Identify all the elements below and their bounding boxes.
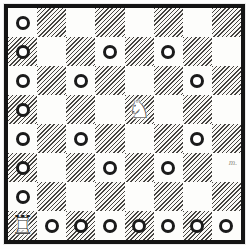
square-a5[interactable]	[8, 95, 37, 124]
square-e8[interactable]	[125, 8, 154, 37]
ring-marker	[16, 74, 30, 88]
square-g6[interactable]	[183, 66, 212, 95]
square-a6[interactable]	[8, 66, 37, 95]
square-g7[interactable]	[183, 37, 212, 66]
square-b7[interactable]	[37, 37, 66, 66]
square-f4[interactable]	[154, 124, 183, 153]
square-c2[interactable]	[66, 182, 95, 211]
square-g8[interactable]	[183, 8, 212, 37]
ring-marker	[103, 161, 117, 175]
square-g4[interactable]	[183, 124, 212, 153]
square-h8[interactable]	[212, 8, 241, 37]
ring-marker	[16, 45, 30, 59]
square-h4[interactable]	[212, 124, 241, 153]
ring-marker	[74, 74, 88, 88]
square-a7[interactable]	[8, 37, 37, 66]
white-rook-fill: ♜	[8, 212, 37, 238]
white-knight-fill: ♞	[125, 96, 154, 122]
square-e5[interactable]: ♞♘	[125, 95, 154, 124]
scanned-puzzle-page: ♞♘m.♜♖	[0, 0, 250, 249]
square-e6[interactable]	[125, 66, 154, 95]
square-d3[interactable]	[95, 153, 124, 182]
square-d7[interactable]	[95, 37, 124, 66]
ring-marker	[16, 190, 30, 204]
square-d6[interactable]	[95, 66, 124, 95]
square-b4[interactable]	[37, 124, 66, 153]
square-g3[interactable]	[183, 153, 212, 182]
ring-marker	[74, 219, 88, 233]
square-a4[interactable]	[8, 124, 37, 153]
square-h7[interactable]	[212, 37, 241, 66]
chess-board: ♞♘m.♜♖	[8, 8, 241, 240]
square-f1[interactable]	[154, 211, 183, 240]
square-f8[interactable]	[154, 8, 183, 37]
square-g5[interactable]	[183, 95, 212, 124]
square-e7[interactable]	[125, 37, 154, 66]
ring-marker	[16, 16, 30, 30]
square-f5[interactable]	[154, 95, 183, 124]
square-c1[interactable]	[66, 211, 95, 240]
square-f7[interactable]	[154, 37, 183, 66]
ring-marker	[161, 219, 175, 233]
square-c6[interactable]	[66, 66, 95, 95]
square-f2[interactable]	[154, 182, 183, 211]
square-b8[interactable]	[37, 8, 66, 37]
ring-marker	[190, 74, 204, 88]
ring-marker	[132, 219, 146, 233]
square-e4[interactable]	[125, 124, 154, 153]
square-h1[interactable]	[212, 211, 241, 240]
square-c8[interactable]	[66, 8, 95, 37]
ring-marker	[190, 219, 204, 233]
square-d5[interactable]	[95, 95, 124, 124]
square-b1[interactable]	[37, 211, 66, 240]
ring-marker	[161, 161, 175, 175]
square-b3[interactable]	[37, 153, 66, 182]
square-g1[interactable]	[183, 211, 212, 240]
square-f3[interactable]	[154, 153, 183, 182]
ring-marker	[190, 132, 204, 146]
square-g2[interactable]	[183, 182, 212, 211]
square-e3[interactable]	[125, 153, 154, 182]
ring-marker	[103, 45, 117, 59]
artist-mark: m.	[228, 160, 237, 167]
square-a3[interactable]	[8, 153, 37, 182]
square-a8[interactable]	[8, 8, 37, 37]
square-f6[interactable]	[154, 66, 183, 95]
ring-marker	[161, 45, 175, 59]
ring-marker	[16, 132, 30, 146]
square-d2[interactable]	[95, 182, 124, 211]
ring-marker	[45, 219, 59, 233]
square-b2[interactable]	[37, 182, 66, 211]
square-b5[interactable]	[37, 95, 66, 124]
square-c5[interactable]	[66, 95, 95, 124]
ring-marker	[219, 219, 233, 233]
ring-marker	[103, 219, 117, 233]
square-a1[interactable]: ♜♖	[8, 211, 37, 240]
square-a2[interactable]	[8, 182, 37, 211]
square-e1[interactable]	[125, 211, 154, 240]
square-e2[interactable]	[125, 182, 154, 211]
square-h3[interactable]: m.	[212, 153, 241, 182]
square-b6[interactable]	[37, 66, 66, 95]
ring-marker	[16, 103, 30, 117]
white-rook-piece: ♖	[8, 212, 37, 238]
white-knight-piece: ♘	[125, 96, 154, 122]
square-d8[interactable]	[95, 8, 124, 37]
square-c7[interactable]	[66, 37, 95, 66]
square-d4[interactable]	[95, 124, 124, 153]
square-h6[interactable]	[212, 66, 241, 95]
board-frame: ♞♘m.♜♖	[4, 4, 245, 244]
square-h2[interactable]	[212, 182, 241, 211]
square-d1[interactable]	[95, 211, 124, 240]
square-c3[interactable]	[66, 153, 95, 182]
square-c4[interactable]	[66, 124, 95, 153]
ring-marker	[74, 132, 88, 146]
square-h5[interactable]	[212, 95, 241, 124]
ring-marker	[16, 161, 30, 175]
